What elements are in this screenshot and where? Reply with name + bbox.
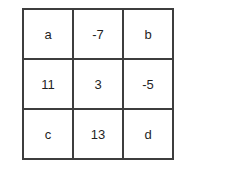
magic-square-grid: a -7 b 11 3 -5 c 13 d [22,8,174,160]
cell-r1c1: 3 [74,60,122,108]
cell-r0c0: a [24,10,72,58]
puzzle-board: a -7 b 11 3 -5 c 13 d [22,8,174,160]
cell-r1c2: -5 [124,60,172,108]
cell-r0c1: -7 [74,10,122,58]
cell-r2c0: c [24,110,72,158]
cell-r2c1: 13 [74,110,122,158]
cell-r2c2: d [124,110,172,158]
cell-r0c2: b [124,10,172,58]
cell-r1c0: 11 [24,60,72,108]
